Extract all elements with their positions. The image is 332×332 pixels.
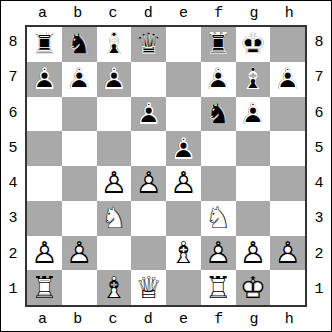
file-label-b: b <box>60 307 95 331</box>
square-g1[interactable]: ♚♔ <box>236 270 271 305</box>
square-b3[interactable] <box>62 201 97 236</box>
piece-black-pawn[interactable]: ♟♙ <box>97 62 132 97</box>
file-label-c: c <box>96 307 131 331</box>
square-f6[interactable]: ♞♘ <box>201 97 236 132</box>
piece-outline-glyph: ♙ <box>274 238 301 268</box>
piece-white-king[interactable]: ♚♔ <box>236 270 271 305</box>
piece-white-pawn[interactable]: ♟♙ <box>201 236 236 271</box>
piece-black-queen[interactable]: ♛♕ <box>131 27 166 62</box>
square-e8[interactable] <box>166 27 201 62</box>
piece-outline-glyph: ♙ <box>31 64 58 94</box>
square-e7[interactable] <box>166 62 201 97</box>
piece-black-pawn[interactable]: ♟♙ <box>131 97 166 132</box>
square-a7[interactable]: ♟♙ <box>27 62 62 97</box>
square-a8[interactable]: ♜♖ <box>27 27 62 62</box>
file-label-g: g <box>237 307 272 331</box>
square-h4[interactable] <box>270 166 305 201</box>
square-d2[interactable] <box>131 236 166 271</box>
square-b7[interactable]: ♟♙ <box>62 62 97 97</box>
piece-outline-glyph: ♙ <box>100 64 127 94</box>
square-c3[interactable]: ♞♘ <box>97 201 132 236</box>
piece-white-knight[interactable]: ♞♘ <box>97 201 132 236</box>
file-label-a: a <box>25 307 60 331</box>
square-b6[interactable] <box>62 97 97 132</box>
square-a5[interactable] <box>27 131 62 166</box>
rank-label-6: 6 <box>1 96 25 131</box>
piece-outline-glyph: ♙ <box>170 168 197 198</box>
square-d5[interactable] <box>131 131 166 166</box>
piece-outline-glyph: ♖ <box>205 273 232 303</box>
piece-white-pawn[interactable]: ♟♙ <box>97 166 132 201</box>
piece-outline-glyph: ♕ <box>135 273 162 303</box>
square-e4[interactable]: ♟♙ <box>166 166 201 201</box>
square-h2[interactable]: ♟♙ <box>270 236 305 271</box>
square-d4[interactable]: ♟♙ <box>131 166 166 201</box>
piece-black-pawn[interactable]: ♟♙ <box>62 62 97 97</box>
square-b1[interactable] <box>62 270 97 305</box>
piece-outline-glyph: ♗ <box>100 273 127 303</box>
square-e5[interactable]: ♟♙ <box>166 131 201 166</box>
file-label-e: e <box>166 1 201 25</box>
square-g8[interactable]: ♚♔ <box>236 27 271 62</box>
piece-outline-glyph: ♗ <box>100 29 127 59</box>
piece-black-knight[interactable]: ♞♘ <box>62 27 97 62</box>
piece-black-rook[interactable]: ♜♖ <box>201 27 236 62</box>
piece-white-queen[interactable]: ♛♕ <box>131 270 166 305</box>
piece-outline-glyph: ♖ <box>205 29 232 59</box>
square-b2[interactable]: ♟♙ <box>62 236 97 271</box>
file-label-g: g <box>237 1 272 25</box>
square-b4[interactable] <box>62 166 97 201</box>
piece-black-knight[interactable]: ♞♘ <box>201 97 236 132</box>
rank-label-2: 2 <box>1 237 25 272</box>
piece-outline-glyph: ♔ <box>239 273 266 303</box>
file-label-b: b <box>60 1 95 25</box>
square-a1[interactable]: ♜♖ <box>27 270 62 305</box>
piece-black-pawn[interactable]: ♟♙ <box>236 97 271 132</box>
piece-white-pawn[interactable]: ♟♙ <box>270 236 305 271</box>
square-g2[interactable]: ♟♙ <box>236 236 271 271</box>
file-labels-top: abcdefgh <box>25 1 307 25</box>
piece-outline-glyph: ♙ <box>239 238 266 268</box>
square-e6[interactable] <box>166 97 201 132</box>
rank-label-8: 8 <box>1 25 25 60</box>
rank-label-3: 3 <box>1 201 25 236</box>
piece-outline-glyph: ♙ <box>239 99 266 129</box>
piece-black-bishop[interactable]: ♝♗ <box>236 62 271 97</box>
piece-white-pawn[interactable]: ♟♙ <box>131 166 166 201</box>
square-a4[interactable] <box>27 166 62 201</box>
piece-outline-glyph: ♙ <box>135 168 162 198</box>
square-d8[interactable]: ♛♕ <box>131 27 166 62</box>
rank-label-6: 6 <box>307 96 331 131</box>
square-f4[interactable] <box>201 166 236 201</box>
piece-black-pawn[interactable]: ♟♙ <box>201 62 236 97</box>
piece-outline-glyph: ♙ <box>205 238 232 268</box>
file-label-f: f <box>201 307 236 331</box>
piece-black-bishop[interactable]: ♝♗ <box>97 27 132 62</box>
rank-label-1: 1 <box>1 272 25 307</box>
square-c6[interactable] <box>97 97 132 132</box>
square-g7[interactable]: ♝♗ <box>236 62 271 97</box>
piece-outline-glyph: ♙ <box>66 64 93 94</box>
piece-outline-glyph: ♔ <box>239 29 266 59</box>
file-label-c: c <box>96 1 131 25</box>
file-labels-bottom: abcdefgh <box>25 307 307 331</box>
square-d3[interactable] <box>131 201 166 236</box>
piece-black-pawn[interactable]: ♟♙ <box>270 62 305 97</box>
chess-diagram: abcdefgh 87654321 ♜♖♞♘♝♗♛♕♜♖♚♔♟♙♟♙♟♙♟♙♝♗… <box>0 0 332 332</box>
square-e3[interactable] <box>166 201 201 236</box>
square-h3[interactable] <box>270 201 305 236</box>
square-e1[interactable] <box>166 270 201 305</box>
piece-outline-glyph: ♙ <box>66 238 93 268</box>
square-f2[interactable]: ♟♙ <box>201 236 236 271</box>
rank-label-5: 5 <box>307 131 331 166</box>
piece-outline-glyph: ♙ <box>100 168 127 198</box>
file-label-h: h <box>272 307 307 331</box>
square-g5[interactable] <box>236 131 271 166</box>
piece-black-rook[interactable]: ♜♖ <box>27 27 62 62</box>
piece-outline-glyph: ♘ <box>66 29 93 59</box>
chess-board[interactable]: ♜♖♞♘♝♗♛♕♜♖♚♔♟♙♟♙♟♙♟♙♝♗♟♙♟♙♞♘♟♙♟♙♟♙♟♙♟♙♞♘… <box>25 25 307 307</box>
piece-white-rook[interactable]: ♜♖ <box>27 270 62 305</box>
piece-white-rook[interactable]: ♜♖ <box>201 270 236 305</box>
square-f7[interactable]: ♟♙ <box>201 62 236 97</box>
piece-outline-glyph: ♙ <box>135 99 162 129</box>
square-g4[interactable] <box>236 166 271 201</box>
file-label-h: h <box>272 1 307 25</box>
piece-white-pawn[interactable]: ♟♙ <box>166 166 201 201</box>
rank-labels-right: 87654321 <box>307 25 331 307</box>
piece-outline-glyph: ♖ <box>31 273 58 303</box>
piece-white-pawn[interactable]: ♟♙ <box>27 236 62 271</box>
rank-label-3: 3 <box>307 201 331 236</box>
rank-label-5: 5 <box>1 131 25 166</box>
piece-outline-glyph: ♗ <box>170 238 197 268</box>
square-b5[interactable] <box>62 131 97 166</box>
file-label-e: e <box>166 307 201 331</box>
piece-white-knight[interactable]: ♞♘ <box>201 201 236 236</box>
piece-outline-glyph: ♙ <box>170 134 197 164</box>
rank-label-7: 7 <box>307 60 331 95</box>
piece-white-pawn[interactable]: ♟♙ <box>236 236 271 271</box>
piece-outline-glyph: ♙ <box>31 238 58 268</box>
piece-black-pawn[interactable]: ♟♙ <box>166 131 201 166</box>
square-e2[interactable]: ♝♗ <box>166 236 201 271</box>
square-h6[interactable] <box>270 97 305 132</box>
piece-outline-glyph: ♗ <box>239 64 266 94</box>
square-f3[interactable]: ♞♘ <box>201 201 236 236</box>
square-h1[interactable] <box>270 270 305 305</box>
square-c7[interactable]: ♟♙ <box>97 62 132 97</box>
rank-label-2: 2 <box>307 237 331 272</box>
square-g6[interactable]: ♟♙ <box>236 97 271 132</box>
piece-black-pawn[interactable]: ♟♙ <box>27 62 62 97</box>
square-b8[interactable]: ♞♘ <box>62 27 97 62</box>
square-a3[interactable] <box>27 201 62 236</box>
file-label-f: f <box>201 1 236 25</box>
file-label-a: a <box>25 1 60 25</box>
piece-black-king[interactable]: ♚♔ <box>236 27 271 62</box>
square-c5[interactable] <box>97 131 132 166</box>
square-h8[interactable] <box>270 27 305 62</box>
square-c8[interactable]: ♝♗ <box>97 27 132 62</box>
square-d7[interactable] <box>131 62 166 97</box>
piece-outline-glyph: ♙ <box>274 64 301 94</box>
square-h5[interactable] <box>270 131 305 166</box>
square-a6[interactable] <box>27 97 62 132</box>
piece-outline-glyph: ♕ <box>135 29 162 59</box>
square-a2[interactable]: ♟♙ <box>27 236 62 271</box>
square-c1[interactable]: ♝♗ <box>97 270 132 305</box>
square-f5[interactable] <box>201 131 236 166</box>
piece-outline-glyph: ♘ <box>100 203 127 233</box>
square-g3[interactable] <box>236 201 271 236</box>
square-d1[interactable]: ♛♕ <box>131 270 166 305</box>
file-label-d: d <box>131 1 166 25</box>
rank-label-7: 7 <box>1 60 25 95</box>
square-d6[interactable]: ♟♙ <box>131 97 166 132</box>
piece-outline-glyph: ♘ <box>205 99 232 129</box>
rank-label-4: 4 <box>1 166 25 201</box>
rank-label-4: 4 <box>307 166 331 201</box>
square-f1[interactable]: ♜♖ <box>201 270 236 305</box>
rank-label-8: 8 <box>307 25 331 60</box>
piece-white-bishop[interactable]: ♝♗ <box>166 236 201 271</box>
piece-white-bishop[interactable]: ♝♗ <box>97 270 132 305</box>
square-c4[interactable]: ♟♙ <box>97 166 132 201</box>
rank-label-1: 1 <box>307 272 331 307</box>
piece-outline-glyph: ♘ <box>205 203 232 233</box>
rank-labels-left: 87654321 <box>1 25 25 307</box>
square-h7[interactable]: ♟♙ <box>270 62 305 97</box>
piece-outline-glyph: ♖ <box>31 29 58 59</box>
file-label-d: d <box>131 307 166 331</box>
square-f8[interactable]: ♜♖ <box>201 27 236 62</box>
square-c2[interactable] <box>97 236 132 271</box>
piece-outline-glyph: ♙ <box>205 64 232 94</box>
piece-white-pawn[interactable]: ♟♙ <box>62 236 97 271</box>
